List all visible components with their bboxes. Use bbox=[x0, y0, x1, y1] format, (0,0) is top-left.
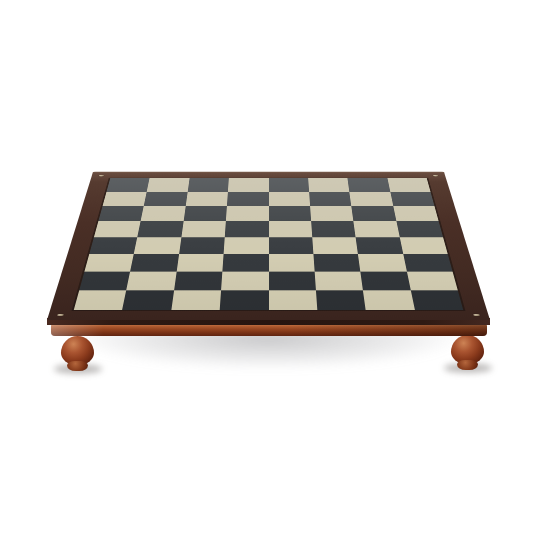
frame-screw-back-right bbox=[433, 175, 438, 177]
square-b4[interactable] bbox=[134, 237, 181, 254]
square-a1[interactable] bbox=[74, 290, 127, 310]
square-f4[interactable] bbox=[312, 237, 358, 254]
square-h4[interactable] bbox=[399, 237, 447, 254]
square-c6[interactable] bbox=[183, 206, 227, 221]
square-h6[interactable] bbox=[393, 206, 439, 221]
square-g1[interactable] bbox=[363, 290, 414, 310]
square-f2[interactable] bbox=[315, 272, 364, 291]
square-f1[interactable] bbox=[316, 290, 366, 310]
square-b1[interactable] bbox=[122, 290, 173, 310]
square-a3[interactable] bbox=[84, 254, 134, 272]
square-e8[interactable] bbox=[269, 178, 310, 192]
square-e5[interactable] bbox=[269, 221, 313, 237]
scene bbox=[0, 0, 533, 533]
square-b7[interactable] bbox=[144, 192, 187, 206]
chessboard bbox=[47, 172, 490, 320]
square-g5[interactable] bbox=[354, 221, 400, 237]
bun-foot-right bbox=[451, 335, 484, 370]
square-e2[interactable] bbox=[269, 272, 316, 291]
square-d6[interactable] bbox=[226, 206, 269, 221]
square-h3[interactable] bbox=[403, 254, 453, 272]
square-h8[interactable] bbox=[387, 178, 430, 192]
square-c7[interactable] bbox=[185, 192, 227, 206]
square-g3[interactable] bbox=[358, 254, 406, 272]
bun-foot-left bbox=[61, 336, 94, 371]
board-grid bbox=[74, 178, 463, 310]
square-c5[interactable] bbox=[181, 221, 226, 237]
base-apron bbox=[51, 324, 487, 336]
square-a4[interactable] bbox=[89, 237, 137, 254]
square-a6[interactable] bbox=[98, 206, 144, 221]
frame-screw-front-right bbox=[473, 314, 480, 317]
square-g2[interactable] bbox=[361, 272, 411, 291]
square-d8[interactable] bbox=[228, 178, 269, 192]
square-d4[interactable] bbox=[224, 237, 269, 254]
square-c4[interactable] bbox=[179, 237, 225, 254]
square-a8[interactable] bbox=[106, 178, 149, 192]
square-d1[interactable] bbox=[220, 290, 269, 310]
square-a7[interactable] bbox=[102, 192, 146, 206]
square-h2[interactable] bbox=[407, 272, 458, 291]
square-e6[interactable] bbox=[269, 206, 312, 221]
square-e4[interactable] bbox=[269, 237, 314, 254]
square-e3[interactable] bbox=[269, 254, 315, 272]
frame-screw-back-left bbox=[99, 175, 104, 177]
square-f6[interactable] bbox=[310, 206, 354, 221]
square-b2[interactable] bbox=[127, 272, 177, 291]
square-c3[interactable] bbox=[176, 254, 223, 272]
square-a5[interactable] bbox=[94, 221, 141, 237]
square-d7[interactable] bbox=[227, 192, 269, 206]
square-c8[interactable] bbox=[187, 178, 228, 192]
square-b3[interactable] bbox=[130, 254, 178, 272]
square-d3[interactable] bbox=[222, 254, 268, 272]
square-g6[interactable] bbox=[352, 206, 397, 221]
square-a2[interactable] bbox=[79, 272, 130, 291]
square-b6[interactable] bbox=[141, 206, 186, 221]
square-c2[interactable] bbox=[174, 272, 223, 291]
square-h7[interactable] bbox=[390, 192, 434, 206]
frame-screw-front-left bbox=[57, 314, 64, 317]
square-c1[interactable] bbox=[171, 290, 221, 310]
square-f7[interactable] bbox=[309, 192, 351, 206]
square-f5[interactable] bbox=[311, 221, 356, 237]
bun-foot-left-base bbox=[67, 361, 88, 371]
square-h1[interactable] bbox=[410, 290, 463, 310]
square-h5[interactable] bbox=[396, 221, 443, 237]
square-e1[interactable] bbox=[269, 290, 318, 310]
square-g4[interactable] bbox=[356, 237, 403, 254]
square-e7[interactable] bbox=[269, 192, 311, 206]
bun-foot-right-base bbox=[457, 360, 478, 370]
square-g7[interactable] bbox=[350, 192, 393, 206]
square-b8[interactable] bbox=[147, 178, 189, 192]
square-f8[interactable] bbox=[308, 178, 349, 192]
square-f3[interactable] bbox=[313, 254, 360, 272]
square-g8[interactable] bbox=[348, 178, 390, 192]
square-d2[interactable] bbox=[221, 272, 268, 291]
square-d5[interactable] bbox=[225, 221, 269, 237]
square-b5[interactable] bbox=[138, 221, 184, 237]
